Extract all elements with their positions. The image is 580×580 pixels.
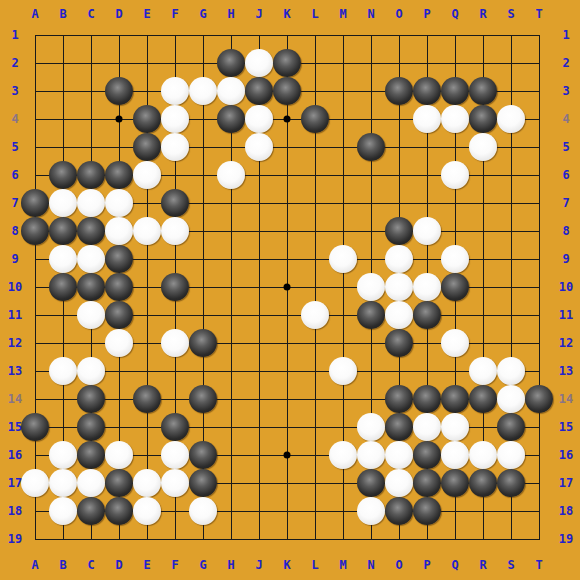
black-stone — [105, 497, 133, 525]
coordinate-label: S — [507, 7, 514, 21]
black-stone — [49, 217, 77, 245]
coordinate-label: L — [311, 558, 318, 572]
coordinate-label: 13 — [559, 364, 573, 378]
coordinate-label: R — [479, 7, 486, 21]
white-stone — [329, 441, 357, 469]
coordinate-label: G — [199, 7, 206, 21]
black-stone — [105, 469, 133, 497]
black-stone — [273, 77, 301, 105]
black-stone — [245, 77, 273, 105]
black-stone — [133, 385, 161, 413]
white-stone — [413, 413, 441, 441]
coordinate-label: 6 — [11, 168, 18, 182]
black-stone — [133, 105, 161, 133]
coordinate-label: 15 — [559, 420, 573, 434]
white-stone — [49, 189, 77, 217]
black-stone — [77, 441, 105, 469]
coordinate-label: J — [255, 7, 262, 21]
white-stone — [245, 49, 273, 77]
coordinate-label: P — [423, 558, 430, 572]
black-stone — [413, 441, 441, 469]
stones-layer — [21, 21, 553, 553]
white-stone — [21, 469, 49, 497]
black-stone — [385, 329, 413, 357]
black-stone — [385, 217, 413, 245]
coordinate-label: 14 — [559, 392, 573, 406]
coordinate-label: H — [227, 7, 234, 21]
white-stone — [161, 217, 189, 245]
black-stone — [77, 413, 105, 441]
white-stone — [497, 385, 525, 413]
coordinate-label: 17 — [8, 476, 22, 490]
white-stone — [329, 245, 357, 273]
coordinate-label: 2 — [11, 56, 18, 70]
white-stone — [105, 189, 133, 217]
black-stone — [133, 133, 161, 161]
coordinate-label: 8 — [11, 224, 18, 238]
white-stone — [161, 441, 189, 469]
coordinate-label: B — [59, 7, 66, 21]
white-stone — [49, 441, 77, 469]
coordinate-label: 18 — [559, 504, 573, 518]
white-stone — [441, 161, 469, 189]
black-stone — [273, 49, 301, 77]
black-stone — [105, 161, 133, 189]
black-stone — [357, 301, 385, 329]
white-stone — [497, 357, 525, 385]
black-stone — [357, 469, 385, 497]
black-stone — [21, 189, 49, 217]
white-stone — [413, 217, 441, 245]
black-stone — [105, 273, 133, 301]
coordinate-label: 5 — [562, 140, 569, 154]
white-stone — [441, 245, 469, 273]
black-stone — [77, 217, 105, 245]
coordinate-label: 13 — [8, 364, 22, 378]
coordinate-label: 7 — [562, 196, 569, 210]
black-stone — [77, 497, 105, 525]
black-stone — [413, 497, 441, 525]
white-stone — [329, 357, 357, 385]
white-stone — [357, 413, 385, 441]
coordinate-label: O — [395, 7, 402, 21]
coordinate-label: F — [171, 7, 178, 21]
white-stone — [357, 497, 385, 525]
go-board[interactable]: AABBCCDDEEFFGGHHJJKKLLMMNNOOPPQQRRSSTT11… — [0, 0, 580, 580]
black-stone — [105, 77, 133, 105]
coordinate-label: Q — [451, 558, 458, 572]
coordinate-label: A — [31, 558, 38, 572]
black-stone — [77, 273, 105, 301]
white-stone — [385, 469, 413, 497]
white-stone — [469, 357, 497, 385]
black-stone — [161, 189, 189, 217]
coordinate-label: H — [227, 558, 234, 572]
coordinate-label: 16 — [8, 448, 22, 462]
white-stone — [77, 245, 105, 273]
coordinate-label: B — [59, 558, 66, 572]
coordinate-label: S — [507, 558, 514, 572]
coordinate-label: D — [115, 7, 122, 21]
white-stone — [441, 329, 469, 357]
black-stone — [441, 469, 469, 497]
coordinate-label: M — [339, 7, 346, 21]
white-stone — [357, 273, 385, 301]
white-stone — [441, 105, 469, 133]
white-stone — [469, 441, 497, 469]
coordinate-label: 11 — [559, 308, 573, 322]
black-stone — [413, 385, 441, 413]
black-stone — [21, 217, 49, 245]
coordinate-label: 19 — [8, 532, 22, 546]
black-stone — [105, 301, 133, 329]
coordinate-label: 19 — [559, 532, 573, 546]
black-stone — [77, 385, 105, 413]
coordinate-label: E — [143, 558, 150, 572]
coordinate-label: 6 — [562, 168, 569, 182]
white-stone — [77, 357, 105, 385]
white-stone — [49, 497, 77, 525]
white-stone — [497, 441, 525, 469]
white-stone — [77, 189, 105, 217]
coordinate-label: 5 — [11, 140, 18, 154]
coordinate-label: J — [255, 558, 262, 572]
white-stone — [189, 497, 217, 525]
black-stone — [105, 245, 133, 273]
white-stone — [441, 413, 469, 441]
coordinate-label: D — [115, 558, 122, 572]
white-stone — [105, 329, 133, 357]
black-stone — [441, 77, 469, 105]
white-stone — [385, 441, 413, 469]
black-stone — [441, 273, 469, 301]
coordinate-label: 9 — [11, 252, 18, 266]
white-stone — [133, 469, 161, 497]
coordinate-label: 9 — [562, 252, 569, 266]
white-stone — [413, 273, 441, 301]
black-stone — [77, 161, 105, 189]
black-stone — [189, 469, 217, 497]
white-stone — [105, 441, 133, 469]
black-stone — [189, 329, 217, 357]
black-stone — [217, 49, 245, 77]
black-stone — [49, 161, 77, 189]
white-stone — [161, 77, 189, 105]
white-stone — [245, 105, 273, 133]
coordinate-label: K — [283, 7, 290, 21]
white-stone — [357, 441, 385, 469]
white-stone — [385, 273, 413, 301]
black-stone — [161, 273, 189, 301]
coordinate-label: 4 — [562, 112, 569, 126]
coordinate-label: 12 — [559, 336, 573, 350]
black-stone — [441, 385, 469, 413]
coordinate-label: T — [535, 7, 542, 21]
white-stone — [161, 105, 189, 133]
coordinate-label: 12 — [8, 336, 22, 350]
white-stone — [441, 441, 469, 469]
white-stone — [385, 301, 413, 329]
black-stone — [413, 469, 441, 497]
black-stone — [189, 385, 217, 413]
coordinate-label: L — [311, 7, 318, 21]
coordinate-label: N — [367, 558, 374, 572]
white-stone — [77, 301, 105, 329]
black-stone — [21, 413, 49, 441]
coordinate-label: K — [283, 558, 290, 572]
coordinate-label: 1 — [562, 28, 569, 42]
white-stone — [497, 105, 525, 133]
white-stone — [105, 217, 133, 245]
black-stone — [525, 385, 553, 413]
coordinate-label: 14 — [8, 392, 22, 406]
coordinate-label: 18 — [8, 504, 22, 518]
white-stone — [49, 469, 77, 497]
black-stone — [385, 385, 413, 413]
coordinate-label: 17 — [559, 476, 573, 490]
black-stone — [469, 105, 497, 133]
coordinate-label: O — [395, 558, 402, 572]
coordinate-label: C — [87, 558, 94, 572]
black-stone — [49, 273, 77, 301]
white-stone — [161, 469, 189, 497]
black-stone — [301, 105, 329, 133]
white-stone — [217, 77, 245, 105]
coordinate-label: 1 — [11, 28, 18, 42]
black-stone — [413, 77, 441, 105]
black-stone — [385, 413, 413, 441]
coordinate-label: 7 — [11, 196, 18, 210]
coordinate-label: 16 — [559, 448, 573, 462]
coordinate-label: E — [143, 7, 150, 21]
coordinate-label: Q — [451, 7, 458, 21]
coordinate-label: 3 — [11, 84, 18, 98]
white-stone — [133, 217, 161, 245]
black-stone — [469, 469, 497, 497]
white-stone — [469, 133, 497, 161]
white-stone — [385, 245, 413, 273]
black-stone — [385, 497, 413, 525]
white-stone — [161, 329, 189, 357]
coordinate-label: A — [31, 7, 38, 21]
coordinate-label: R — [479, 558, 486, 572]
coordinate-label: P — [423, 7, 430, 21]
white-stone — [77, 469, 105, 497]
black-stone — [385, 77, 413, 105]
coordinate-label: 3 — [562, 84, 569, 98]
coordinate-label: M — [339, 558, 346, 572]
white-stone — [133, 497, 161, 525]
black-stone — [469, 385, 497, 413]
coordinate-label: T — [535, 558, 542, 572]
white-stone — [413, 105, 441, 133]
white-stone — [217, 161, 245, 189]
white-stone — [161, 133, 189, 161]
coordinate-label: C — [87, 7, 94, 21]
coordinate-label: 10 — [559, 280, 573, 294]
black-stone — [217, 105, 245, 133]
coordinate-label: 8 — [562, 224, 569, 238]
coordinate-label: 2 — [562, 56, 569, 70]
coordinate-label: 10 — [8, 280, 22, 294]
black-stone — [189, 441, 217, 469]
coordinate-label: F — [171, 558, 178, 572]
coordinate-label: 15 — [8, 420, 22, 434]
white-stone — [133, 161, 161, 189]
black-stone — [497, 413, 525, 441]
black-stone — [161, 413, 189, 441]
white-stone — [49, 245, 77, 273]
white-stone — [189, 77, 217, 105]
white-stone — [301, 301, 329, 329]
white-stone — [49, 357, 77, 385]
coordinate-label: 4 — [11, 112, 18, 126]
coordinate-label: G — [199, 558, 206, 572]
black-stone — [469, 77, 497, 105]
black-stone — [357, 133, 385, 161]
black-stone — [497, 469, 525, 497]
coordinate-label: N — [367, 7, 374, 21]
black-stone — [413, 301, 441, 329]
white-stone — [245, 133, 273, 161]
coordinate-label: 11 — [8, 308, 22, 322]
